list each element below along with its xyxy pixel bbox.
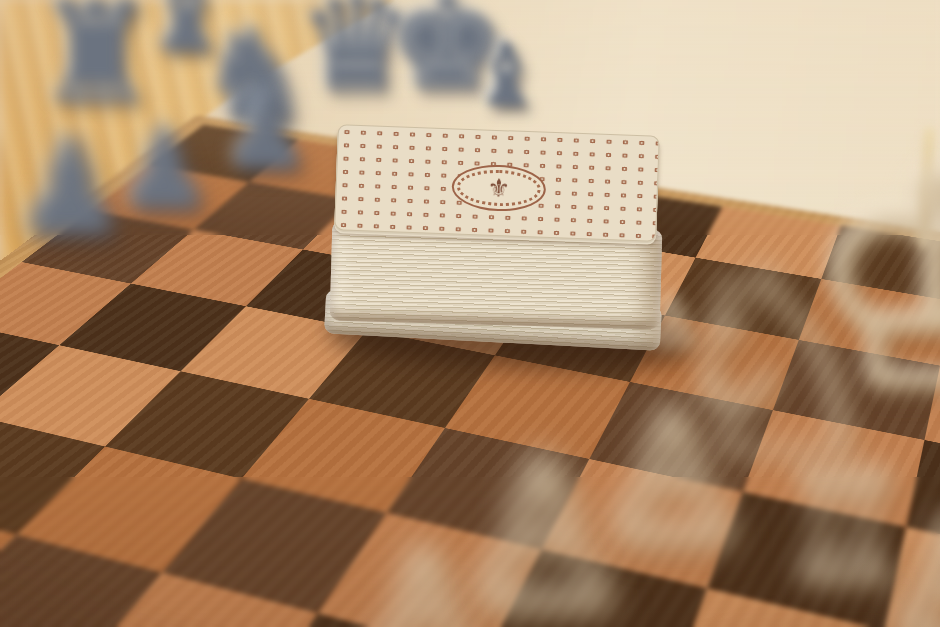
chess-photo-scene: ♜♝♞♛♚♝♟♟♟♙♙♙♘♔♖♙♙ ⚜ bbox=[0, 0, 940, 627]
white-pawn[interactable]: ♙ bbox=[882, 512, 940, 627]
white-pawn-glyph: ♙ bbox=[882, 512, 940, 627]
white-pawn[interactable]: ♙ bbox=[648, 296, 704, 353]
white-pawn-glyph: ♙ bbox=[648, 296, 704, 353]
white-king[interactable]: ♔ bbox=[806, 150, 940, 421]
medallion-glyph: ⚜ bbox=[487, 175, 511, 202]
white-king-glyph: ♔ bbox=[806, 150, 940, 421]
card-back-medallion-icon: ⚜ bbox=[451, 163, 547, 212]
card-top[interactable]: ⚜ bbox=[334, 124, 660, 242]
